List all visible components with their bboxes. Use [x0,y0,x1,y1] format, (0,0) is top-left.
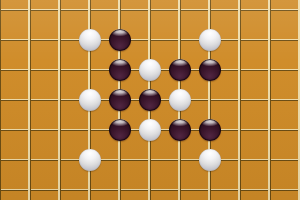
stone-black [109,119,131,141]
stone-black [109,89,131,111]
stone-black [199,119,221,141]
stone-white [199,29,221,51]
stone-white [139,59,161,81]
stone-black [199,59,221,81]
stone-white [199,149,221,171]
stone-white [139,119,161,141]
stone-white [169,89,191,111]
game-board[interactable] [0,0,300,200]
stone-black [139,89,161,111]
stone-white [79,149,101,171]
stone-black [169,59,191,81]
stone-white [79,89,101,111]
stone-black [109,29,131,51]
stone-black [169,119,191,141]
stone-black [109,59,131,81]
stone-white [79,29,101,51]
